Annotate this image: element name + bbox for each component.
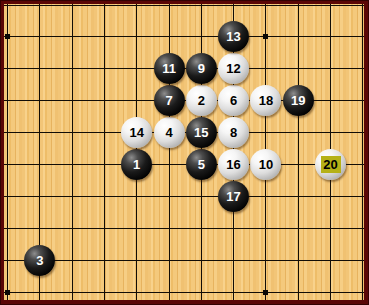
star-point: [263, 290, 268, 295]
stone-black-13[interactable]: 13: [218, 21, 249, 52]
move-number: 4: [165, 126, 172, 139]
move-number: 8: [230, 126, 237, 139]
stone-black-3[interactable]: 3: [24, 245, 55, 276]
stone-white-18[interactable]: 18: [250, 85, 281, 116]
move-number: 3: [36, 254, 43, 267]
grid-line-horizontal: [4, 260, 364, 261]
stone-black-19[interactable]: 19: [283, 85, 314, 116]
stone-white-10[interactable]: 10: [250, 149, 281, 180]
grid-line-horizontal: [4, 196, 364, 197]
grid-line-vertical: [362, 4, 363, 300]
move-number: 17: [226, 190, 240, 203]
last-move-highlight: 20: [321, 156, 341, 173]
stone-white-14[interactable]: 14: [121, 117, 152, 148]
stone-black-17[interactable]: 17: [218, 181, 249, 212]
stone-black-15[interactable]: 15: [186, 117, 217, 148]
move-number: 12: [226, 62, 240, 75]
stone-white-20[interactable]: 20: [315, 149, 346, 180]
move-number: 2: [198, 94, 205, 107]
grid-line-horizontal: [4, 5, 364, 6]
star-point: [5, 290, 10, 295]
stone-white-8[interactable]: 8: [218, 117, 249, 148]
star-point: [263, 34, 268, 39]
stone-white-12[interactable]: 12: [218, 53, 249, 84]
stone-black-11[interactable]: 11: [154, 53, 185, 84]
stone-white-2[interactable]: 2: [186, 85, 217, 116]
grid-line-vertical: [298, 4, 299, 300]
move-number: 5: [198, 158, 205, 171]
stone-white-4[interactable]: 4: [154, 117, 185, 148]
grid-line-horizontal: [4, 228, 364, 229]
stone-white-16[interactable]: 16: [218, 149, 249, 180]
move-number: 16: [226, 158, 240, 171]
move-number: 14: [129, 126, 143, 139]
move-number: 11: [162, 62, 176, 75]
grid-line-horizontal: [4, 292, 364, 293]
stone-black-5[interactable]: 5: [186, 149, 217, 180]
grid-line-vertical: [169, 4, 170, 300]
stone-white-6[interactable]: 6: [218, 85, 249, 116]
move-number: 13: [226, 30, 240, 43]
move-number: 15: [194, 126, 208, 139]
grid-line-horizontal: [4, 164, 364, 165]
stone-black-1[interactable]: 1: [121, 149, 152, 180]
move-number: 7: [165, 94, 172, 107]
move-number: 18: [259, 94, 273, 107]
move-number: 10: [259, 158, 273, 171]
move-number: 9: [198, 62, 205, 75]
goban-frame: 1234567891011121314151617181920: [0, 0, 369, 305]
stone-black-7[interactable]: 7: [154, 85, 185, 116]
stone-black-9[interactable]: 9: [186, 53, 217, 84]
grid-line-vertical: [104, 4, 105, 300]
goban[interactable]: 1234567891011121314151617181920: [4, 4, 364, 300]
grid-line-vertical: [72, 4, 73, 300]
move-number: 19: [291, 94, 305, 107]
move-number: 6: [230, 94, 237, 107]
grid-line-horizontal: [4, 36, 364, 37]
grid-line-vertical: [7, 4, 8, 300]
move-number: 1: [133, 158, 140, 171]
star-point: [5, 34, 10, 39]
